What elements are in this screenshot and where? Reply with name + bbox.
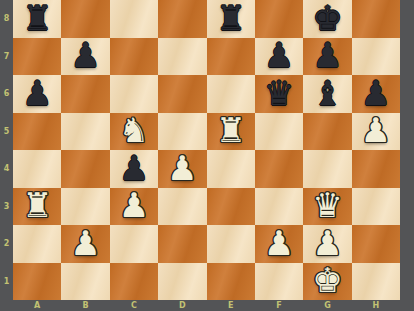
file-label-e: E <box>207 300 255 311</box>
square-d7[interactable] <box>158 38 206 76</box>
square-d5[interactable] <box>158 113 206 151</box>
square-g5[interactable] <box>303 113 351 151</box>
square-f8[interactable] <box>255 0 303 38</box>
rank-label-5: 5 <box>0 113 13 151</box>
rank-label-4: 4 <box>0 150 13 188</box>
rank-label-8: 8 <box>0 0 13 38</box>
square-e6[interactable] <box>207 75 255 113</box>
square-h2[interactable] <box>352 225 400 263</box>
white-pawn-f2[interactable]: ♟ <box>264 225 294 261</box>
square-c4[interactable]: ♟ <box>110 150 158 188</box>
square-a6[interactable]: ♟ <box>13 75 61 113</box>
square-c1[interactable] <box>110 263 158 301</box>
square-b2[interactable]: ♟ <box>61 225 109 263</box>
square-f4[interactable] <box>255 150 303 188</box>
square-d4[interactable]: ♟ <box>158 150 206 188</box>
square-c2[interactable] <box>110 225 158 263</box>
white-king-g1[interactable]: ♚ <box>312 262 342 298</box>
square-g4[interactable] <box>303 150 351 188</box>
black-pawn-b7[interactable]: ♟ <box>70 37 100 73</box>
square-h8[interactable] <box>352 0 400 38</box>
square-g6[interactable]: ♝ <box>303 75 351 113</box>
black-pawn-c4[interactable]: ♟ <box>119 150 149 186</box>
square-g1[interactable]: ♚ <box>303 263 351 301</box>
square-g7[interactable]: ♟ <box>303 38 351 76</box>
square-a7[interactable] <box>13 38 61 76</box>
white-pawn-h5[interactable]: ♟ <box>361 112 391 148</box>
square-a5[interactable] <box>13 113 61 151</box>
square-b4[interactable] <box>61 150 109 188</box>
square-e1[interactable] <box>207 263 255 301</box>
square-d2[interactable] <box>158 225 206 263</box>
white-pawn-c3[interactable]: ♟ <box>119 187 149 223</box>
file-label-g: G <box>303 300 351 311</box>
square-e8[interactable]: ♜ <box>207 0 255 38</box>
square-f5[interactable] <box>255 113 303 151</box>
square-g8[interactable]: ♚ <box>303 0 351 38</box>
square-a2[interactable] <box>13 225 61 263</box>
square-h4[interactable] <box>352 150 400 188</box>
rank-label-6: 6 <box>0 75 13 113</box>
file-labels: ABCDEFGH <box>13 300 400 311</box>
white-pawn-g2[interactable]: ♟ <box>312 225 342 261</box>
square-b7[interactable]: ♟ <box>61 38 109 76</box>
square-f1[interactable] <box>255 263 303 301</box>
file-label-f: F <box>255 300 303 311</box>
white-rook-a3[interactable]: ♜ <box>22 187 52 223</box>
square-h1[interactable] <box>352 263 400 301</box>
black-queen-f6[interactable]: ♛ <box>264 75 294 111</box>
square-g2[interactable]: ♟ <box>303 225 351 263</box>
square-c8[interactable] <box>110 0 158 38</box>
white-rook-e5[interactable]: ♜ <box>215 112 245 148</box>
square-b6[interactable] <box>61 75 109 113</box>
rank-label-2: 2 <box>0 225 13 263</box>
file-label-b: B <box>61 300 109 311</box>
file-label-c: C <box>110 300 158 311</box>
black-rook-e8[interactable]: ♜ <box>215 0 245 36</box>
black-pawn-a6[interactable]: ♟ <box>22 75 52 111</box>
rank-labels: 87654321 <box>0 0 13 300</box>
square-f3[interactable] <box>255 188 303 226</box>
square-e7[interactable] <box>207 38 255 76</box>
square-e3[interactable] <box>207 188 255 226</box>
black-king-g8[interactable]: ♚ <box>312 0 342 36</box>
square-a3[interactable]: ♜ <box>13 188 61 226</box>
black-pawn-f7[interactable]: ♟ <box>264 37 294 73</box>
rank-label-3: 3 <box>0 188 13 226</box>
black-pawn-g7[interactable]: ♟ <box>312 37 342 73</box>
square-f2[interactable]: ♟ <box>255 225 303 263</box>
square-f6[interactable]: ♛ <box>255 75 303 113</box>
square-a8[interactable]: ♜ <box>13 0 61 38</box>
square-h5[interactable]: ♟ <box>352 113 400 151</box>
square-e2[interactable] <box>207 225 255 263</box>
square-d3[interactable] <box>158 188 206 226</box>
black-bishop-g6[interactable]: ♝ <box>312 75 342 111</box>
square-h7[interactable] <box>352 38 400 76</box>
square-e5[interactable]: ♜ <box>207 113 255 151</box>
square-g3[interactable]: ♛ <box>303 188 351 226</box>
file-label-a: A <box>13 300 61 311</box>
white-knight-c5[interactable]: ♞ <box>119 112 149 148</box>
white-pawn-d4[interactable]: ♟ <box>167 150 197 186</box>
square-a1[interactable] <box>13 263 61 301</box>
square-e4[interactable] <box>207 150 255 188</box>
rank-label-7: 7 <box>0 38 13 76</box>
square-b8[interactable] <box>61 0 109 38</box>
white-queen-g3[interactable]: ♛ <box>312 187 342 223</box>
board-frame: 87654321 ♜♜♚♟♟♟♟♛♝♟♞♜♟♟♟♜♟♛♟♟♟♚ ABCDEFGH <box>0 0 414 311</box>
square-c3[interactable]: ♟ <box>110 188 158 226</box>
file-label-h: H <box>352 300 400 311</box>
square-h6[interactable]: ♟ <box>352 75 400 113</box>
square-c6[interactable] <box>110 75 158 113</box>
square-d8[interactable] <box>158 0 206 38</box>
rank-label-1: 1 <box>0 263 13 301</box>
screenshot: 87654321 ♜♜♚♟♟♟♟♛♝♟♞♜♟♟♟♜♟♛♟♟♟♚ ABCDEFGH <box>0 0 414 311</box>
square-b3[interactable] <box>61 188 109 226</box>
square-d1[interactable] <box>158 263 206 301</box>
square-h3[interactable] <box>352 188 400 226</box>
square-f7[interactable]: ♟ <box>255 38 303 76</box>
square-c5[interactable]: ♞ <box>110 113 158 151</box>
square-c7[interactable] <box>110 38 158 76</box>
square-b5[interactable] <box>61 113 109 151</box>
square-a4[interactable] <box>13 150 61 188</box>
board[interactable]: ♜♜♚♟♟♟♟♛♝♟♞♜♟♟♟♜♟♛♟♟♟♚ <box>13 0 400 300</box>
black-rook-a8[interactable]: ♜ <box>22 0 52 36</box>
square-b1[interactable] <box>61 263 109 301</box>
square-d6[interactable] <box>158 75 206 113</box>
file-label-d: D <box>158 300 206 311</box>
white-pawn-b2[interactable]: ♟ <box>70 225 100 261</box>
black-pawn-h6[interactable]: ♟ <box>361 75 391 111</box>
